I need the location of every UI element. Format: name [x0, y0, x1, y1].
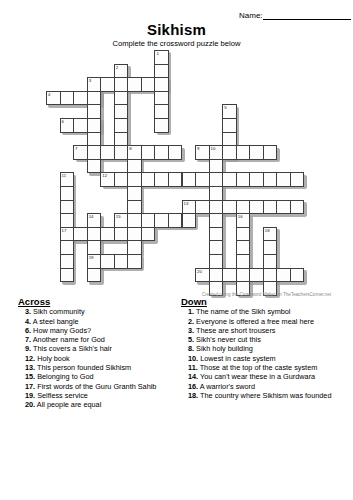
cell-r11-c14[interactable]: [236, 200, 251, 215]
cell-r3-c8[interactable]: [154, 91, 169, 106]
cell-r7-c8[interactable]: [154, 145, 169, 160]
cell-r7-c7[interactable]: [141, 145, 156, 160]
cell-r2-c7[interactable]: [141, 77, 156, 92]
down-clue-10: 10. Lowest in caste system: [181, 354, 346, 363]
cell-r10-c6[interactable]: [127, 186, 142, 201]
cell-number-20: 20: [197, 270, 202, 274]
cell-r11-c15[interactable]: [249, 200, 264, 215]
cell-number-6: 6: [62, 120, 64, 124]
cell-r6-c5[interactable]: [114, 132, 129, 147]
cell-number-13: 13: [184, 202, 189, 206]
down-clue-14: 14. You can't wear these in a Gurdwara: [181, 372, 346, 381]
cell-r6-c13[interactable]: [222, 132, 237, 147]
down-clue-11: 11. Those at the top of the caste system: [181, 363, 346, 372]
across-clue-6: 6. How many Gods?: [18, 326, 183, 335]
across-clue-17: 17. First words of the Guru Granth Sahib: [18, 382, 183, 391]
across-clue-7: 7. Another name for God: [18, 335, 183, 344]
across-clue-19: 19. Selfless service: [18, 391, 183, 400]
cell-r5-c3[interactable]: [87, 118, 102, 133]
cell-r7-c15[interactable]: [249, 145, 264, 160]
cell-r12-c6[interactable]: [127, 213, 142, 228]
cell-r5-c5[interactable]: [114, 118, 129, 133]
cell-r13-c6[interactable]: [127, 227, 142, 242]
down-clue-18: 18. The country where Sikhism was founde…: [181, 391, 346, 400]
cell-r4-c3[interactable]: [87, 104, 102, 119]
cell-number-15: 15: [116, 215, 121, 219]
cell-r14-c16[interactable]: [263, 240, 278, 255]
cell-r13-c14[interactable]: [236, 227, 251, 242]
cell-r7-c9[interactable]: [168, 145, 183, 160]
across-heading: Across: [18, 297, 183, 306]
cell-r14-c1[interactable]: [60, 240, 75, 255]
cell-r14-c12[interactable]: [209, 240, 224, 255]
cell-r15-c4[interactable]: [100, 254, 115, 269]
cell-r16-c1[interactable]: [60, 268, 75, 283]
cell-number-10: 10: [211, 147, 216, 151]
across-clue-9: 9. This covers a Sikh's hair: [18, 344, 183, 353]
cell-number-18: 18: [265, 229, 270, 233]
cell-r7-c14[interactable]: [236, 145, 251, 160]
cell-r11-c11[interactable]: [195, 200, 210, 215]
cell-r11-c6[interactable]: [127, 200, 142, 215]
down-clues-section: Down 1. The name of the Sikh symbol2. Ev…: [181, 297, 346, 400]
cell-r5-c8[interactable]: [154, 118, 169, 133]
cell-r9-c9[interactable]: [168, 172, 183, 187]
cell-r7-c13[interactable]: [222, 145, 237, 160]
cell-r16-c14[interactable]: [236, 268, 251, 283]
cell-r10-c1[interactable]: [60, 186, 75, 201]
cell-r9-c13[interactable]: [222, 172, 237, 187]
cell-r13-c3[interactable]: [87, 227, 102, 242]
cell-number-12: 12: [102, 174, 107, 178]
cell-r16-c18[interactable]: [290, 268, 305, 283]
down-clue-8: 8. Sikh holy building: [181, 344, 346, 353]
cell-number-16: 16: [238, 215, 243, 219]
cell-r15-c12[interactable]: [209, 254, 224, 269]
cell-r16-c12[interactable]: [209, 268, 224, 283]
across-clue-4: 4. A steel bangle: [18, 317, 183, 326]
cell-r12-c12[interactable]: [209, 213, 224, 228]
cell-r9-c16[interactable]: [263, 172, 278, 187]
cell-number-2: 2: [116, 66, 118, 70]
cell-r11-c1[interactable]: [60, 200, 75, 215]
cell-r9-c11[interactable]: [195, 172, 210, 187]
cell-r9-c10[interactable]: [182, 172, 197, 187]
cell-r9-c5[interactable]: [114, 172, 129, 187]
cell-r9-c7[interactable]: [141, 172, 156, 187]
cell-r8-c6[interactable]: [127, 159, 142, 174]
cell-r16-c13[interactable]: [222, 268, 237, 283]
cell-r12-c9[interactable]: [168, 213, 183, 228]
cell-r4-c8[interactable]: [154, 104, 169, 119]
across-clue-12: 12. Holy book: [18, 354, 183, 363]
cell-r12-c10[interactable]: [182, 213, 197, 228]
down-clue-3: 3. These are short trousers: [181, 326, 346, 335]
down-heading: Down: [181, 297, 346, 306]
cell-r7-c5[interactable]: [114, 145, 129, 160]
cell-r14-c14[interactable]: [236, 240, 251, 255]
cell-r2-c5[interactable]: [114, 77, 129, 92]
cell-r2-c6[interactable]: [127, 77, 142, 92]
down-clue-5: 5. Sikh's never cut this: [181, 335, 346, 344]
cell-r3-c3[interactable]: [87, 91, 102, 106]
crossword-worksheet: Name: Sikhism Complete the crossword puz…: [0, 0, 353, 500]
cell-r6-c3[interactable]: [87, 132, 102, 147]
cell-r3-c1[interactable]: [60, 91, 75, 106]
crossword-grid[interactable]: 1234567891011121314151617181920: [0, 0, 353, 300]
cell-r9-c15[interactable]: [249, 172, 264, 187]
cell-r1-c8[interactable]: [154, 64, 169, 79]
cell-r5-c2[interactable]: [73, 118, 88, 133]
cell-r7-c3[interactable]: [87, 145, 102, 160]
cell-r9-c6[interactable]: [127, 172, 142, 187]
cell-number-1: 1: [156, 52, 158, 56]
cell-r12-c8[interactable]: [154, 213, 169, 228]
cell-number-19: 19: [89, 256, 94, 260]
cell-number-3: 3: [89, 79, 91, 83]
down-clue-list: 1. The name of the Sikh symbol2. Everyon…: [181, 307, 346, 400]
cell-r9-c18[interactable]: [290, 172, 305, 187]
cell-r15-c14[interactable]: [236, 254, 251, 269]
cell-r9-c14[interactable]: [236, 172, 251, 187]
cell-r7-c4[interactable]: [100, 145, 115, 160]
cell-r14-c3[interactable]: [87, 240, 102, 255]
cell-r13-c2[interactable]: [73, 227, 88, 242]
cell-r11-c13[interactable]: [222, 200, 237, 215]
cell-r2-c8[interactable]: [154, 77, 169, 92]
down-clue-2: 2. Everyone is offered a free meal here: [181, 317, 346, 326]
cell-r3-c5[interactable]: [114, 91, 129, 106]
cell-number-5: 5: [224, 106, 226, 110]
cell-r8-c3[interactable]: [87, 159, 102, 174]
cell-number-9: 9: [197, 147, 199, 151]
across-clue-20: 20. All people are equal: [18, 400, 183, 409]
cell-r10-c12[interactable]: [209, 186, 224, 201]
cell-r4-c5[interactable]: [114, 104, 129, 119]
cell-r3-c2[interactable]: [73, 91, 88, 106]
cell-r13-c4[interactable]: [100, 227, 115, 242]
cell-r16-c17[interactable]: [276, 268, 291, 283]
cell-r13-c7[interactable]: [141, 227, 156, 242]
cell-r9-c8[interactable]: [154, 172, 169, 187]
across-clue-15: 15. Belonging to God: [18, 372, 183, 381]
cell-r11-c18[interactable]: [290, 200, 305, 215]
cell-r12-c7[interactable]: [141, 213, 156, 228]
cell-r8-c12[interactable]: [209, 159, 224, 174]
down-clue-16: 16. A warrior's sword: [181, 382, 346, 391]
down-clue-1: 1. The name of the Sikh symbol: [181, 307, 346, 316]
across-clue-13: 13. This person founded Sikhism: [18, 363, 183, 372]
cell-r15-c1[interactable]: [60, 254, 75, 269]
cell-r16-c15[interactable]: [249, 268, 264, 283]
across-clues-section: Across 3. Sikh community4. A steel bangl…: [18, 297, 183, 410]
cell-number-14: 14: [89, 215, 94, 219]
across-clue-3: 3. Sikh community: [18, 307, 183, 316]
cell-r13-c12[interactable]: [209, 227, 224, 242]
cell-r11-c16[interactable]: [263, 200, 278, 215]
cell-number-4: 4: [48, 93, 50, 97]
cell-r11-c12[interactable]: [209, 200, 224, 215]
cell-number-17: 17: [62, 229, 67, 233]
cell-number-11: 11: [62, 174, 67, 178]
cell-number-7: 7: [75, 147, 77, 151]
cell-number-8: 8: [129, 147, 131, 151]
cell-r9-c17[interactable]: [276, 172, 291, 187]
cell-r15-c5[interactable]: [114, 254, 129, 269]
cell-r2-c4[interactable]: [100, 77, 115, 92]
cell-r7-c16[interactable]: [263, 145, 278, 160]
cell-r5-c13[interactable]: [222, 118, 237, 133]
cell-r9-c12[interactable]: [209, 172, 224, 187]
cell-r11-c17[interactable]: [276, 200, 291, 215]
cell-r14-c6[interactable]: [127, 240, 142, 255]
cell-r12-c1[interactable]: [60, 213, 75, 228]
cell-r15-c6[interactable]: [127, 254, 142, 269]
cell-r15-c16[interactable]: [263, 254, 278, 269]
cell-r13-c5[interactable]: [114, 227, 129, 242]
cell-r16-c3[interactable]: [87, 268, 102, 283]
cell-r16-c16[interactable]: [263, 268, 278, 283]
across-clue-list: 3. Sikh community4. A steel bangle6. How…: [18, 307, 183, 409]
